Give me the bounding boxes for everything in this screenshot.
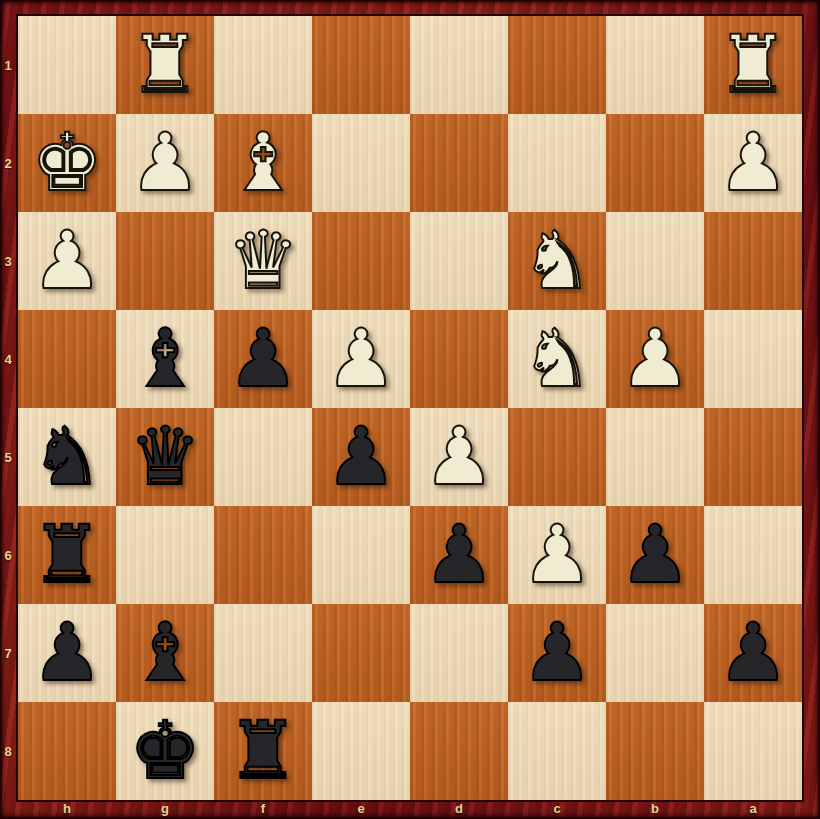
square-d8[interactable] <box>410 702 508 800</box>
square-a1[interactable]: ♜ <box>704 16 802 114</box>
square-a3[interactable] <box>704 212 802 310</box>
square-a7[interactable]: ♟ <box>704 604 802 702</box>
rank-labels: 12345678 <box>0 16 16 800</box>
square-h1[interactable] <box>18 16 116 114</box>
square-e6[interactable] <box>312 506 410 604</box>
square-h3[interactable]: ♟ <box>18 212 116 310</box>
square-b1[interactable] <box>606 16 704 114</box>
piece-white-rook[interactable]: ♜ <box>129 25 201 105</box>
piece-black-pawn[interactable]: ♟ <box>31 613 103 693</box>
square-d3[interactable] <box>410 212 508 310</box>
piece-white-pawn[interactable]: ♟ <box>619 319 691 399</box>
square-c3[interactable]: ♞ <box>508 212 606 310</box>
square-d5[interactable]: ♟ <box>410 408 508 506</box>
square-g8[interactable]: ♚ <box>116 702 214 800</box>
file-label-g: g <box>116 801 214 819</box>
square-e7[interactable] <box>312 604 410 702</box>
square-f3[interactable]: ♛ <box>214 212 312 310</box>
square-h4[interactable] <box>18 310 116 408</box>
file-labels: hgfedcba <box>18 801 802 819</box>
square-e2[interactable] <box>312 114 410 212</box>
square-b7[interactable] <box>606 604 704 702</box>
chess-board-frame: 12345678 ♜♜♚♟♝♟♟♛♞♝♟♟♞♟♞♛♟♟♜♟♟♟♟♝♟♟♚♜ hg… <box>0 0 820 819</box>
square-f4[interactable]: ♟ <box>214 310 312 408</box>
square-h7[interactable]: ♟ <box>18 604 116 702</box>
piece-black-bishop[interactable]: ♝ <box>129 319 201 399</box>
piece-black-pawn[interactable]: ♟ <box>325 417 397 497</box>
square-h5[interactable]: ♞ <box>18 408 116 506</box>
square-c8[interactable] <box>508 702 606 800</box>
piece-black-pawn[interactable]: ♟ <box>423 515 495 595</box>
square-g5[interactable]: ♛ <box>116 408 214 506</box>
rank-label-1: 1 <box>0 16 16 114</box>
square-f5[interactable] <box>214 408 312 506</box>
piece-white-pawn[interactable]: ♟ <box>31 221 103 301</box>
square-a2[interactable]: ♟ <box>704 114 802 212</box>
piece-white-knight[interactable]: ♞ <box>521 221 593 301</box>
square-h6[interactable]: ♜ <box>18 506 116 604</box>
piece-white-bishop[interactable]: ♝ <box>227 123 299 203</box>
file-label-d: d <box>410 801 508 819</box>
square-b2[interactable] <box>606 114 704 212</box>
square-g3[interactable] <box>116 212 214 310</box>
square-f2[interactable]: ♝ <box>214 114 312 212</box>
square-c2[interactable] <box>508 114 606 212</box>
file-label-h: h <box>18 801 116 819</box>
piece-white-king[interactable]: ♚ <box>31 123 103 203</box>
piece-black-king[interactable]: ♚ <box>129 711 201 791</box>
file-label-b: b <box>606 801 704 819</box>
square-f1[interactable] <box>214 16 312 114</box>
file-label-a: a <box>704 801 802 819</box>
file-label-f: f <box>214 801 312 819</box>
file-label-c: c <box>508 801 606 819</box>
rank-label-3: 3 <box>0 212 16 310</box>
piece-black-rook[interactable]: ♜ <box>227 711 299 791</box>
square-b6[interactable]: ♟ <box>606 506 704 604</box>
square-e3[interactable] <box>312 212 410 310</box>
square-b8[interactable] <box>606 702 704 800</box>
rank-label-5: 5 <box>0 408 16 506</box>
square-c5[interactable] <box>508 408 606 506</box>
rank-label-7: 7 <box>0 604 16 702</box>
square-c1[interactable] <box>508 16 606 114</box>
square-b4[interactable]: ♟ <box>606 310 704 408</box>
piece-black-pawn[interactable]: ♟ <box>717 613 789 693</box>
piece-black-knight[interactable]: ♞ <box>31 417 103 497</box>
square-a6[interactable] <box>704 506 802 604</box>
square-d2[interactable] <box>410 114 508 212</box>
square-f8[interactable]: ♜ <box>214 702 312 800</box>
square-f6[interactable] <box>214 506 312 604</box>
square-e8[interactable] <box>312 702 410 800</box>
piece-black-pawn[interactable]: ♟ <box>619 515 691 595</box>
square-a5[interactable] <box>704 408 802 506</box>
chess-board: ♜♜♚♟♝♟♟♛♞♝♟♟♞♟♞♛♟♟♜♟♟♟♟♝♟♟♚♜ <box>16 14 804 802</box>
piece-black-rook[interactable]: ♜ <box>31 515 103 595</box>
rank-label-4: 4 <box>0 310 16 408</box>
square-c7[interactable]: ♟ <box>508 604 606 702</box>
piece-black-queen[interactable]: ♛ <box>129 417 201 497</box>
piece-black-pawn[interactable]: ♟ <box>521 613 593 693</box>
rank-label-2: 2 <box>0 114 16 212</box>
square-d1[interactable] <box>410 16 508 114</box>
square-e1[interactable] <box>312 16 410 114</box>
square-h8[interactable] <box>18 702 116 800</box>
square-d7[interactable] <box>410 604 508 702</box>
rank-label-8: 8 <box>0 702 16 800</box>
square-g6[interactable] <box>116 506 214 604</box>
square-g7[interactable]: ♝ <box>116 604 214 702</box>
square-g4[interactable]: ♝ <box>116 310 214 408</box>
square-e4[interactable]: ♟ <box>312 310 410 408</box>
piece-white-pawn[interactable]: ♟ <box>325 319 397 399</box>
piece-white-pawn[interactable]: ♟ <box>521 515 593 595</box>
piece-white-pawn[interactable]: ♟ <box>717 123 789 203</box>
square-d6[interactable]: ♟ <box>410 506 508 604</box>
rank-label-6: 6 <box>0 506 16 604</box>
square-b3[interactable] <box>606 212 704 310</box>
square-c6[interactable]: ♟ <box>508 506 606 604</box>
square-c4[interactable]: ♞ <box>508 310 606 408</box>
file-label-e: e <box>312 801 410 819</box>
piece-white-knight[interactable]: ♞ <box>521 319 593 399</box>
square-f7[interactable] <box>214 604 312 702</box>
square-h2[interactable]: ♚ <box>18 114 116 212</box>
piece-white-queen[interactable]: ♛ <box>227 221 299 301</box>
square-a8[interactable] <box>704 702 802 800</box>
square-g2[interactable]: ♟ <box>116 114 214 212</box>
square-g1[interactable]: ♜ <box>116 16 214 114</box>
square-e5[interactable]: ♟ <box>312 408 410 506</box>
piece-black-pawn[interactable]: ♟ <box>227 319 299 399</box>
piece-white-pawn[interactable]: ♟ <box>129 123 201 203</box>
piece-white-rook[interactable]: ♜ <box>717 25 789 105</box>
piece-white-pawn[interactable]: ♟ <box>423 417 495 497</box>
square-b5[interactable] <box>606 408 704 506</box>
square-d4[interactable] <box>410 310 508 408</box>
square-a4[interactable] <box>704 310 802 408</box>
piece-black-bishop[interactable]: ♝ <box>129 613 201 693</box>
